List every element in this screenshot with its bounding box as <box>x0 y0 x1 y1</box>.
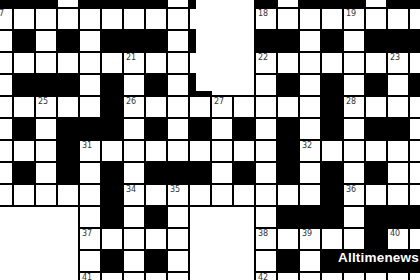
cell-r6-c6[interactable] <box>122 117 146 141</box>
cell-r6-c15 <box>320 117 344 141</box>
cell-r6-c11 <box>232 117 256 141</box>
clue-number-42: 42 <box>258 273 268 280</box>
cell-r2-c6 <box>122 29 146 53</box>
cell-r2-c17 <box>364 29 388 53</box>
cell-r11-c19[interactable] <box>408 227 420 251</box>
cell-r7-c3 <box>56 139 80 163</box>
cell-r5-c11[interactable] <box>232 95 256 119</box>
cell-r4-c6[interactable] <box>122 73 146 97</box>
cell-r11-c12[interactable]: 38 <box>254 227 278 251</box>
cell-r10-c18 <box>386 205 410 229</box>
cell-r8-c12[interactable] <box>254 161 278 185</box>
cell-r9-c1[interactable] <box>12 183 36 207</box>
cell-r7-c1[interactable] <box>12 139 36 163</box>
cell-r4-c19 <box>408 73 420 97</box>
clue-number-32: 32 <box>302 141 312 150</box>
cell-r7-c11[interactable] <box>232 139 256 163</box>
cell-r13-c4[interactable]: 41 <box>78 271 102 280</box>
cell-r6-c13 <box>276 117 300 141</box>
cell-r4-c14[interactable] <box>298 73 322 97</box>
cell-r1-c12[interactable]: 18 <box>254 7 278 31</box>
cell-r2-c7 <box>144 29 168 53</box>
cell-r3-c1[interactable] <box>12 51 36 75</box>
cell-r5-c10[interactable]: 27 <box>210 95 234 119</box>
cell-r7-c5[interactable] <box>100 139 124 163</box>
cell-r1-c5[interactable] <box>100 7 124 31</box>
cell-r10-c17 <box>364 205 388 229</box>
clue-number-41: 41 <box>82 273 92 280</box>
cell-r1-c1[interactable] <box>12 7 36 31</box>
cell-r13-c19[interactable] <box>408 271 420 280</box>
cell-r4-c15 <box>320 73 344 97</box>
cell-r4-c5 <box>100 73 124 97</box>
cell-r12-c8[interactable] <box>166 249 190 273</box>
clue-number-17: 17 <box>0 9 4 18</box>
cell-r1-c16[interactable]: 19 <box>342 7 366 31</box>
cell-r7-c7[interactable] <box>144 139 168 163</box>
cell-r6-c19[interactable] <box>408 117 420 141</box>
cell-r6-c12[interactable] <box>254 117 278 141</box>
cell-r8-c14[interactable] <box>298 161 322 185</box>
cell-r8-c7 <box>144 161 168 185</box>
cell-r5-c13[interactable] <box>276 95 300 119</box>
cell-r7-c8[interactable] <box>166 139 190 163</box>
cell-r5-c2[interactable]: 25 <box>34 95 58 119</box>
clue-number-23: 23 <box>390 53 400 62</box>
cell-r9-c7[interactable] <box>144 183 168 207</box>
cell-r6-c5 <box>100 117 124 141</box>
cell-r6-c2[interactable] <box>34 117 58 141</box>
clue-number-19: 19 <box>346 9 356 18</box>
cell-r3-c12[interactable]: 22 <box>254 51 278 75</box>
clue-number-27: 27 <box>214 97 224 106</box>
cell-r3-c16[interactable] <box>342 51 366 75</box>
cell-r11-c13[interactable] <box>276 227 300 251</box>
cell-r10-c7 <box>144 205 168 229</box>
cell-r7-c4[interactable]: 31 <box>78 139 102 163</box>
cell-r10-c6[interactable] <box>122 205 146 229</box>
cell-r3-c7[interactable] <box>144 51 168 75</box>
cell-r9-c13[interactable] <box>276 183 300 207</box>
cell-r7-c18[interactable] <box>386 139 410 163</box>
cell-r3-c13[interactable] <box>276 51 300 75</box>
clue-number-36: 36 <box>346 185 356 194</box>
cell-r12-c5 <box>100 249 124 273</box>
cell-r13-c15[interactable] <box>320 271 344 280</box>
cell-r8-c15 <box>320 161 344 185</box>
cell-r3-c4[interactable] <box>78 51 102 75</box>
cell-r2-c16[interactable] <box>342 29 366 53</box>
cell-r1-c7[interactable] <box>144 7 168 31</box>
cell-r8-c13 <box>276 161 300 185</box>
clue-number-34: 34 <box>126 185 136 194</box>
cell-r8-c17 <box>364 161 388 185</box>
cell-r5-c6[interactable]: 26 <box>122 95 146 119</box>
cell-r13-c5[interactable] <box>100 271 124 280</box>
clue-number-38: 38 <box>258 229 268 238</box>
cell-r2-c1 <box>12 29 36 53</box>
white-cutout-bottom-left <box>0 207 78 280</box>
cell-r7-c15[interactable] <box>320 139 344 163</box>
cell-r4-c2 <box>34 73 58 97</box>
cell-r9-c14[interactable] <box>298 183 322 207</box>
cell-r9-c11[interactable] <box>232 183 256 207</box>
cell-r4-c17 <box>364 73 388 97</box>
cell-r1-c19[interactable] <box>408 7 420 31</box>
cell-r9-c6[interactable]: 34 <box>122 183 146 207</box>
cell-r3-c15[interactable] <box>320 51 344 75</box>
cell-r8-c5 <box>100 161 124 185</box>
cell-r4-c4[interactable] <box>78 73 102 97</box>
cell-r8-c9 <box>188 161 212 185</box>
cell-r8-c18[interactable] <box>386 161 410 185</box>
cell-r7-c19[interactable] <box>408 139 420 163</box>
cell-r9-c3[interactable] <box>56 183 80 207</box>
white-cutout-bottom-middle <box>196 207 254 280</box>
clue-number-28: 28 <box>346 97 356 106</box>
cell-r9-c18[interactable] <box>386 183 410 207</box>
cell-r5-c16[interactable]: 28 <box>342 95 366 119</box>
cell-r5-c3[interactable] <box>56 95 80 119</box>
cell-r5-c14[interactable] <box>298 95 322 119</box>
cell-r7-c9[interactable] <box>188 139 212 163</box>
cell-r8-c16[interactable] <box>342 161 366 185</box>
cell-r5-c9[interactable] <box>188 95 212 119</box>
cell-r7-c14[interactable]: 32 <box>298 139 322 163</box>
clue-number-21: 21 <box>126 53 136 62</box>
cell-r2-c2[interactable] <box>34 29 58 53</box>
cell-r13-c14[interactable] <box>298 271 322 280</box>
cell-r10-c4[interactable] <box>78 205 102 229</box>
cell-r8-c1 <box>12 161 36 185</box>
cell-r4-c16[interactable] <box>342 73 366 97</box>
cell-r3-c19[interactable] <box>408 51 420 75</box>
cell-r2-c5 <box>100 29 124 53</box>
cell-r2-c13 <box>276 29 300 53</box>
cell-r5-c4[interactable] <box>78 95 102 119</box>
cell-r4-c3 <box>56 73 80 97</box>
cell-r7-c13 <box>276 139 300 163</box>
cell-r3-c17[interactable] <box>364 51 388 75</box>
cell-r9-c15 <box>320 183 344 207</box>
clue-number-31: 31 <box>82 141 92 150</box>
cell-r11-c18[interactable]: 40 <box>386 227 410 251</box>
cell-r2-c12 <box>254 29 278 53</box>
cell-r5-c19[interactable] <box>408 95 420 119</box>
clue-number-25: 25 <box>38 97 48 106</box>
cell-r6-c8[interactable] <box>166 117 190 141</box>
cell-r6-c9 <box>188 117 212 141</box>
cell-r4-c13 <box>276 73 300 97</box>
cell-r5-c7[interactable] <box>144 95 168 119</box>
cell-r1-c15[interactable] <box>320 7 344 31</box>
cell-r4-c7 <box>144 73 168 97</box>
cell-r1-c2[interactable] <box>34 7 58 31</box>
cell-r9-c2[interactable] <box>34 183 58 207</box>
cell-r5-c17[interactable] <box>364 95 388 119</box>
cell-r9-c8[interactable]: 35 <box>166 183 190 207</box>
cell-r7-c12[interactable] <box>254 139 278 163</box>
cell-r8-c4[interactable] <box>78 161 102 185</box>
cell-r10-c5 <box>100 205 124 229</box>
cell-r12-c7 <box>144 249 168 273</box>
clue-number-35: 35 <box>170 185 180 194</box>
crossword-screenshot: 1718192122232526272831323435363738394041… <box>0 0 420 280</box>
cell-r8-c11 <box>232 161 256 185</box>
cell-r11-c15[interactable] <box>320 227 344 251</box>
cell-r8-c10[interactable] <box>210 161 234 185</box>
cell-r3-c3[interactable] <box>56 51 80 75</box>
cell-r12-c14[interactable] <box>298 249 322 273</box>
cell-r5-c5 <box>100 95 124 119</box>
cell-r9-c5 <box>100 183 124 207</box>
cell-r2-c14[interactable] <box>298 29 322 53</box>
cell-r7-c17[interactable] <box>364 139 388 163</box>
cell-r1-c13[interactable] <box>276 7 300 31</box>
cell-r6-c4 <box>78 117 102 141</box>
cell-r3-c5[interactable] <box>100 51 124 75</box>
cell-r2-c18 <box>386 29 410 53</box>
cell-r9-c12[interactable] <box>254 183 278 207</box>
cell-r6-c7 <box>144 117 168 141</box>
cell-r6-c17 <box>364 117 388 141</box>
cell-r1-c8[interactable] <box>166 7 190 31</box>
white-cutout-top <box>196 0 254 91</box>
cell-r1-c14[interactable] <box>298 7 322 31</box>
cell-r4-c8[interactable] <box>166 73 190 97</box>
cell-r9-c17[interactable] <box>364 183 388 207</box>
cell-r7-c2[interactable] <box>34 139 58 163</box>
clue-number-22: 22 <box>258 53 268 62</box>
watermark-text: Alltimenews <box>338 250 419 265</box>
cell-r11-c17 <box>364 227 388 251</box>
cell-r13-c7[interactable] <box>144 271 168 280</box>
cell-r8-c8 <box>166 161 190 185</box>
cell-r2-c15 <box>320 29 344 53</box>
cell-r11-c4[interactable]: 37 <box>78 227 102 251</box>
cell-r12-c6[interactable] <box>122 249 146 273</box>
cell-r13-c16[interactable] <box>342 271 366 280</box>
cell-r10-c19 <box>408 205 420 229</box>
cell-r13-c18[interactable] <box>386 271 410 280</box>
cell-r6-c3 <box>56 117 80 141</box>
clue-number-37: 37 <box>82 229 92 238</box>
cell-r12-c12[interactable] <box>254 249 278 273</box>
cell-r3-c8[interactable] <box>166 51 190 75</box>
cell-r13-c17[interactable] <box>364 271 388 280</box>
cell-r5-c18[interactable] <box>386 95 410 119</box>
cell-r10-c16[interactable] <box>342 205 366 229</box>
cell-r3-c6[interactable]: 21 <box>122 51 146 75</box>
cell-r3-c14[interactable] <box>298 51 322 75</box>
cell-r13-c6[interactable] <box>122 271 146 280</box>
cell-r6-c18 <box>386 117 410 141</box>
cell-r1-c6[interactable] <box>122 7 146 31</box>
cell-r10-c13 <box>276 205 300 229</box>
cell-r9-c9[interactable] <box>188 183 212 207</box>
cell-r10-c15 <box>320 205 344 229</box>
cell-r10-c12[interactable] <box>254 205 278 229</box>
cell-r2-c8[interactable] <box>166 29 190 53</box>
cell-r1-c4[interactable] <box>78 7 102 31</box>
clue-number-26: 26 <box>126 97 136 106</box>
cell-r10-c14 <box>298 205 322 229</box>
cell-r1-c17[interactable] <box>364 7 388 31</box>
cell-r11-c5[interactable] <box>100 227 124 251</box>
cell-r9-c19[interactable] <box>408 183 420 207</box>
cell-r11-c6[interactable] <box>122 227 146 251</box>
cell-r8-c2[interactable] <box>34 161 58 185</box>
cell-r3-c18[interactable]: 23 <box>386 51 410 75</box>
cell-r11-c16[interactable] <box>342 227 366 251</box>
cell-r5-c8[interactable] <box>166 95 190 119</box>
cell-r8-c6[interactable] <box>122 161 146 185</box>
clue-number-18: 18 <box>258 9 268 18</box>
cell-r2-c3 <box>56 29 80 53</box>
cell-r6-c1 <box>12 117 36 141</box>
cell-r5-c15 <box>320 95 344 119</box>
cell-r2-c4[interactable] <box>78 29 102 53</box>
cell-r9-c4[interactable] <box>78 183 102 207</box>
cell-r7-c10[interactable] <box>210 139 234 163</box>
cell-r1-c3[interactable] <box>56 7 80 31</box>
cell-r8-c19[interactable] <box>408 161 420 185</box>
cell-r11-c14[interactable]: 39 <box>298 227 322 251</box>
cell-r4-c18[interactable] <box>386 73 410 97</box>
cell-r6-c14[interactable] <box>298 117 322 141</box>
clue-number-39: 39 <box>302 229 312 238</box>
cell-r6-c16[interactable] <box>342 117 366 141</box>
cell-r11-c7[interactable] <box>144 227 168 251</box>
cell-r13-c8[interactable] <box>166 271 190 280</box>
cell-r9-c10[interactable] <box>210 183 234 207</box>
cell-r9-c16[interactable]: 36 <box>342 183 366 207</box>
cell-r10-c8[interactable] <box>166 205 190 229</box>
cell-r3-c2[interactable] <box>34 51 58 75</box>
cell-r5-c1[interactable] <box>12 95 36 119</box>
cell-r12-c4[interactable] <box>78 249 102 273</box>
cell-r13-c12[interactable]: 42 <box>254 271 278 280</box>
cell-r5-c12[interactable] <box>254 95 278 119</box>
cell-r1-c18[interactable] <box>386 7 410 31</box>
cell-r13-c13[interactable] <box>276 271 300 280</box>
cell-r11-c8[interactable] <box>166 227 190 251</box>
cell-r7-c16[interactable] <box>342 139 366 163</box>
cell-r4-c12[interactable] <box>254 73 278 97</box>
cell-r8-c3 <box>56 161 80 185</box>
cell-r12-c13 <box>276 249 300 273</box>
cell-r6-c10[interactable] <box>210 117 234 141</box>
cell-r7-c6[interactable] <box>122 139 146 163</box>
clue-number-40: 40 <box>390 229 400 238</box>
cell-r4-c1 <box>12 73 36 97</box>
cell-r2-c19 <box>408 29 420 53</box>
